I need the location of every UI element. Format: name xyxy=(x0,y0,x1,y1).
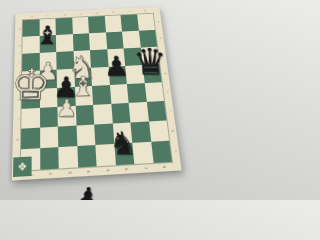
square-g4[interactable] xyxy=(76,125,95,147)
rank-label-top: 5 xyxy=(95,12,98,14)
file-label-right: g xyxy=(170,129,173,131)
square-g2[interactable] xyxy=(40,127,59,149)
rank-label-top: 1 xyxy=(30,16,33,18)
square-a5[interactable] xyxy=(88,16,105,33)
file-label-left: a xyxy=(17,28,20,30)
square-f4[interactable] xyxy=(75,105,94,126)
square-h3[interactable] xyxy=(58,146,77,168)
square-h4[interactable] xyxy=(77,145,97,167)
chessboard-photo: { "game": "chess", "scene": { "descripti… xyxy=(0,0,200,200)
square-g1[interactable] xyxy=(21,128,40,150)
square-b6[interactable] xyxy=(106,32,124,50)
square-a8[interactable] xyxy=(137,14,155,31)
captured-black-pawn[interactable]: ♟ xyxy=(75,183,101,200)
square-g8[interactable] xyxy=(148,120,169,141)
file-label-right: f xyxy=(168,110,171,111)
rank-label-bottom: 7 xyxy=(142,167,146,170)
chess-board: ♝♟♞♟♛♚♝♟♟♞ 1234567812345678abcdefghabcde… xyxy=(12,7,182,181)
square-e8[interactable] xyxy=(144,82,164,102)
square-a6[interactable] xyxy=(104,15,122,32)
black-bishop-b2[interactable]: ♝ xyxy=(34,23,60,49)
rank-label-bottom: 8 xyxy=(161,166,165,169)
file-label-right: e xyxy=(165,90,168,92)
square-f7[interactable] xyxy=(129,102,149,123)
rank-label-bottom: 2 xyxy=(47,172,51,175)
square-b5[interactable] xyxy=(89,32,107,50)
rank-label-bottom: 5 xyxy=(104,169,108,172)
rank-label-top: 3 xyxy=(62,14,65,16)
file-label-right: a xyxy=(156,21,159,23)
square-a7[interactable] xyxy=(121,14,139,31)
file-label-right: h xyxy=(173,150,176,152)
square-f6[interactable] xyxy=(111,103,131,124)
black-knight-h6[interactable]: ♞ xyxy=(109,127,137,159)
rank-label-bottom: 6 xyxy=(123,168,127,171)
square-f1[interactable] xyxy=(21,108,39,129)
rank-label-top: 7 xyxy=(127,11,130,13)
black-pawn-d6[interactable]: ♟ xyxy=(104,53,130,80)
square-e6[interactable] xyxy=(109,84,128,104)
rank-label-bottom: 4 xyxy=(85,170,89,173)
square-f8[interactable] xyxy=(146,101,166,122)
coordinate-labels: 1234567812345678abcdefghabcdefgh xyxy=(15,7,159,14)
square-a4[interactable] xyxy=(72,17,89,34)
file-label-left: g xyxy=(15,138,18,140)
file-label-left: b xyxy=(17,44,20,46)
rank-label-top: 8 xyxy=(143,10,146,12)
square-h8[interactable] xyxy=(151,141,172,163)
white-pawn-f3[interactable]: ♟ xyxy=(55,96,77,120)
black-queen-d8[interactable]: ♛ xyxy=(133,43,169,79)
square-h2[interactable] xyxy=(40,147,59,169)
square-f5[interactable] xyxy=(93,104,112,125)
rank-label-top: 6 xyxy=(111,11,114,13)
file-label-right: b xyxy=(158,37,161,39)
rank-label-top: 2 xyxy=(46,15,49,17)
square-g3[interactable] xyxy=(58,126,77,148)
square-e7[interactable] xyxy=(127,83,146,103)
rank-label-top: 4 xyxy=(78,13,81,15)
rank-label-bottom: 3 xyxy=(66,171,70,174)
white-king-e1[interactable]: ♚ xyxy=(9,63,51,106)
file-label-left: f xyxy=(16,118,19,119)
corner-logo-icon: ❖ xyxy=(13,156,32,177)
